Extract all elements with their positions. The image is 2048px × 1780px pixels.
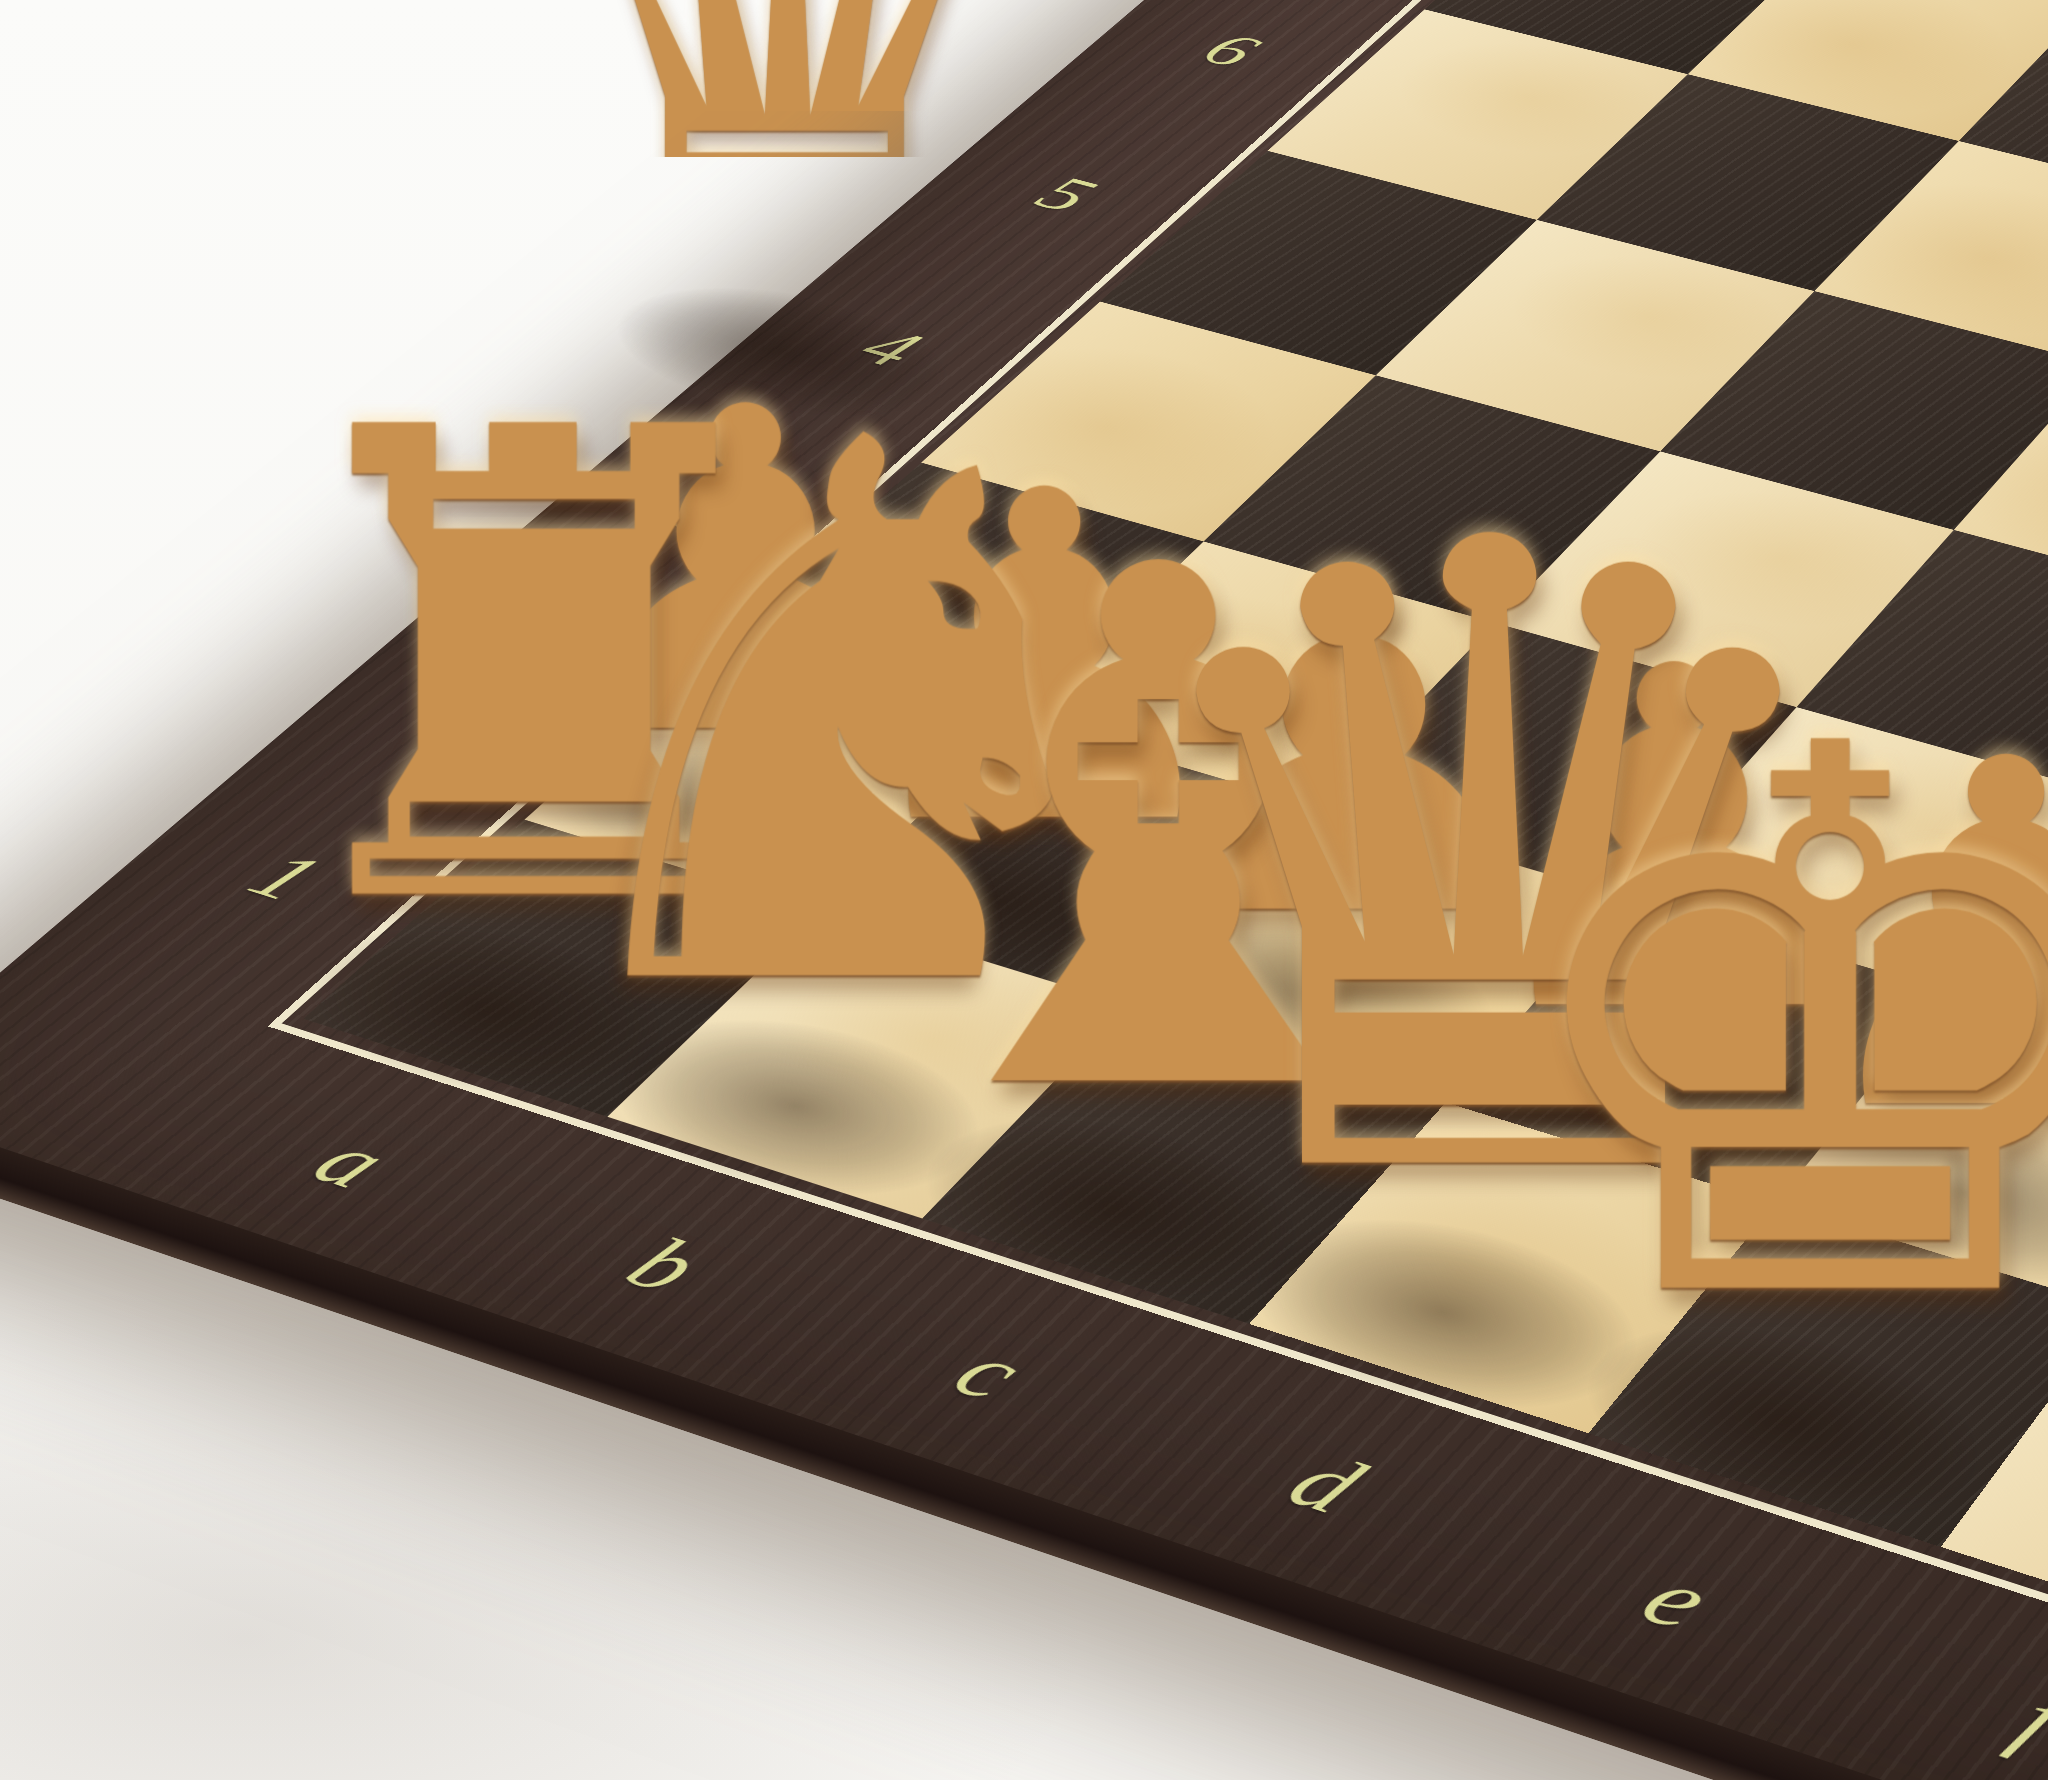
file-label-a: a xyxy=(292,1119,413,1205)
black-piece-top-edge-cropped-icon[interactable]: ♛ xyxy=(1393,0,1803,2)
white-king-e1-icon[interactable]: ♚ xyxy=(1493,651,2048,1403)
chess-board: ♟♟♟♟♟♜♞♝♛♚ 12345678abcdefgh♛♛♛♚ xyxy=(0,0,2048,1780)
file-label-f: f xyxy=(1996,1672,2048,1768)
rank-label-6: 6 xyxy=(1187,23,1277,78)
file-label-e: e xyxy=(1622,1550,1733,1648)
square-e1[interactable]: ♚ xyxy=(1588,1204,2048,1547)
file-label-d: d xyxy=(1268,1436,1386,1532)
black-piece-top-right-cropped-icon[interactable]: ♚ xyxy=(1744,0,2048,47)
file-label-c: c xyxy=(933,1327,1047,1418)
file-label-b: b xyxy=(605,1221,725,1310)
float-anchor-1: ♛ xyxy=(1153,25,1155,26)
